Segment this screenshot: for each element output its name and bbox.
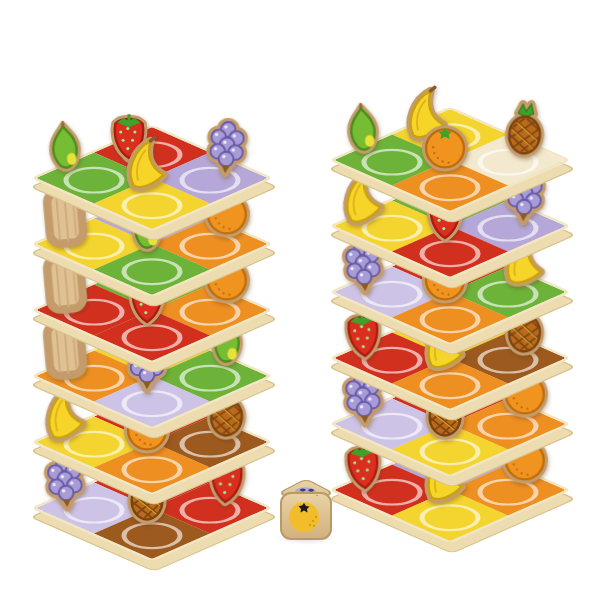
fruit-die[interactable]	[277, 477, 335, 543]
fruit-block-banana[interactable]	[120, 132, 174, 196]
orange-icon	[418, 114, 472, 178]
pear-icon	[333, 98, 392, 166]
product-photo-scene	[0, 0, 600, 600]
fruit-tower-right[interactable]	[312, 84, 588, 576]
fruit-block-pineapple[interactable]	[496, 94, 554, 162]
fruit-block-pear[interactable]	[35, 116, 94, 184]
grapes-icon	[198, 112, 256, 180]
banana-icon	[120, 132, 174, 196]
fruit-block-orange[interactable]	[418, 114, 472, 178]
fruit-block-grapes[interactable]	[198, 112, 256, 180]
fruit-block-pear[interactable]	[333, 98, 392, 166]
orange-icon	[283, 495, 329, 537]
fruit-tower-left[interactable]	[14, 102, 290, 594]
die-front-face	[280, 492, 332, 540]
pear-icon	[35, 116, 94, 184]
pineapple-icon	[496, 94, 554, 162]
